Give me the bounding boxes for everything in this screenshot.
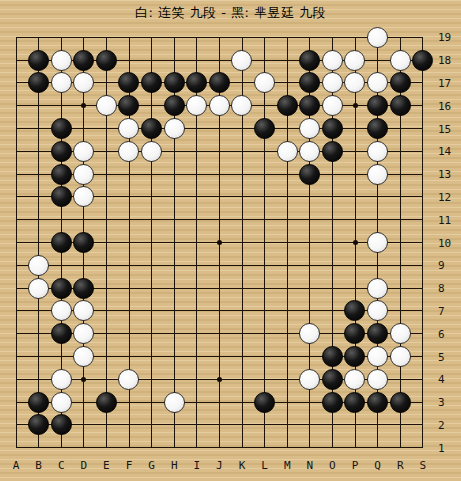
intersection-J6[interactable] xyxy=(208,322,231,345)
intersection-N13[interactable] xyxy=(298,163,321,186)
intersection-A8[interactable] xyxy=(5,277,28,300)
intersection-P13[interactable] xyxy=(344,163,367,186)
intersection-O10[interactable] xyxy=(321,231,344,254)
intersection-J2[interactable] xyxy=(208,413,231,436)
intersection-D8[interactable] xyxy=(72,277,95,300)
intersection-R18[interactable] xyxy=(389,49,412,72)
intersection-E14[interactable] xyxy=(95,140,118,163)
intersection-D11[interactable] xyxy=(72,208,95,231)
intersection-E17[interactable] xyxy=(95,71,118,94)
intersection-M5[interactable] xyxy=(276,345,299,368)
intersection-S2[interactable] xyxy=(411,413,434,436)
intersection-A12[interactable] xyxy=(5,185,28,208)
intersection-K6[interactable] xyxy=(231,322,254,345)
intersection-C8[interactable] xyxy=(50,277,73,300)
intersection-M11[interactable] xyxy=(276,208,299,231)
intersection-G3[interactable] xyxy=(140,391,163,414)
intersection-N14[interactable] xyxy=(298,140,321,163)
intersection-H13[interactable] xyxy=(163,163,186,186)
intersection-S16[interactable] xyxy=(411,94,434,117)
intersection-O6[interactable] xyxy=(321,322,344,345)
intersection-H3[interactable] xyxy=(163,391,186,414)
intersection-N5[interactable] xyxy=(298,345,321,368)
intersection-E3[interactable] xyxy=(95,391,118,414)
intersection-M3[interactable] xyxy=(276,391,299,414)
intersection-K2[interactable] xyxy=(231,413,254,436)
intersection-O17[interactable] xyxy=(321,71,344,94)
intersection-R16[interactable] xyxy=(389,94,412,117)
intersection-E4[interactable] xyxy=(95,368,118,391)
intersection-I13[interactable] xyxy=(185,163,208,186)
intersection-K14[interactable] xyxy=(231,140,254,163)
intersection-H10[interactable] xyxy=(163,231,186,254)
intersection-S5[interactable] xyxy=(411,345,434,368)
intersection-E1[interactable] xyxy=(95,436,118,459)
intersection-J3[interactable] xyxy=(208,391,231,414)
intersection-B8[interactable] xyxy=(27,277,50,300)
intersection-C18[interactable] xyxy=(50,49,73,72)
intersection-D3[interactable] xyxy=(72,391,95,414)
intersection-L15[interactable] xyxy=(253,117,276,140)
intersection-K1[interactable] xyxy=(231,436,254,459)
intersection-H12[interactable] xyxy=(163,185,186,208)
intersection-O13[interactable] xyxy=(321,163,344,186)
intersection-A17[interactable] xyxy=(5,71,28,94)
intersection-F13[interactable] xyxy=(118,163,141,186)
intersection-H2[interactable] xyxy=(163,413,186,436)
go-board[interactable]: ABCDEFGHIJKLMNOPQRS 19181716151413121110… xyxy=(0,0,461,481)
intersection-K9[interactable] xyxy=(231,254,254,277)
intersection-F10[interactable] xyxy=(118,231,141,254)
intersection-O4[interactable] xyxy=(321,368,344,391)
intersection-B17[interactable] xyxy=(27,71,50,94)
intersection-E6[interactable] xyxy=(95,322,118,345)
intersection-Q11[interactable] xyxy=(366,208,389,231)
intersection-R7[interactable] xyxy=(389,299,412,322)
intersection-Q8[interactable] xyxy=(366,277,389,300)
intersection-O11[interactable] xyxy=(321,208,344,231)
intersection-O12[interactable] xyxy=(321,185,344,208)
intersection-M9[interactable] xyxy=(276,254,299,277)
intersection-J13[interactable] xyxy=(208,163,231,186)
intersection-C14[interactable] xyxy=(50,140,73,163)
intersection-A5[interactable] xyxy=(5,345,28,368)
intersection-Q15[interactable] xyxy=(366,117,389,140)
intersection-G10[interactable] xyxy=(140,231,163,254)
intersection-N6[interactable] xyxy=(298,322,321,345)
intersection-H18[interactable] xyxy=(163,49,186,72)
intersection-I6[interactable] xyxy=(185,322,208,345)
intersection-L2[interactable] xyxy=(253,413,276,436)
intersection-G14[interactable] xyxy=(140,140,163,163)
intersection-Q19[interactable] xyxy=(366,26,389,49)
intersection-L10[interactable] xyxy=(253,231,276,254)
intersection-B5[interactable] xyxy=(27,345,50,368)
intersection-A19[interactable] xyxy=(5,26,28,49)
intersection-J17[interactable] xyxy=(208,71,231,94)
intersection-B14[interactable] xyxy=(27,140,50,163)
intersection-A7[interactable] xyxy=(5,299,28,322)
intersection-J4[interactable] xyxy=(208,368,231,391)
intersection-B15[interactable] xyxy=(27,117,50,140)
intersection-H6[interactable] xyxy=(163,322,186,345)
intersection-H16[interactable] xyxy=(163,94,186,117)
intersection-F19[interactable] xyxy=(118,26,141,49)
intersection-P15[interactable] xyxy=(344,117,367,140)
intersection-R10[interactable] xyxy=(389,231,412,254)
intersection-F4[interactable] xyxy=(118,368,141,391)
intersection-A13[interactable] xyxy=(5,163,28,186)
intersection-L5[interactable] xyxy=(253,345,276,368)
intersection-D18[interactable] xyxy=(72,49,95,72)
intersection-N3[interactable] xyxy=(298,391,321,414)
intersection-H5[interactable] xyxy=(163,345,186,368)
intersection-N10[interactable] xyxy=(298,231,321,254)
intersection-B12[interactable] xyxy=(27,185,50,208)
intersection-A18[interactable] xyxy=(5,49,28,72)
intersection-S12[interactable] xyxy=(411,185,434,208)
intersection-K11[interactable] xyxy=(231,208,254,231)
intersection-R8[interactable] xyxy=(389,277,412,300)
intersection-I2[interactable] xyxy=(185,413,208,436)
intersection-S15[interactable] xyxy=(411,117,434,140)
intersection-Q7[interactable] xyxy=(366,299,389,322)
intersection-K3[interactable] xyxy=(231,391,254,414)
intersection-Q13[interactable] xyxy=(366,163,389,186)
intersection-P8[interactable] xyxy=(344,277,367,300)
intersection-K5[interactable] xyxy=(231,345,254,368)
intersection-I19[interactable] xyxy=(185,26,208,49)
intersection-P7[interactable] xyxy=(344,299,367,322)
intersection-L11[interactable] xyxy=(253,208,276,231)
intersection-R12[interactable] xyxy=(389,185,412,208)
intersection-Q5[interactable] xyxy=(366,345,389,368)
intersection-A10[interactable] xyxy=(5,231,28,254)
intersection-P14[interactable] xyxy=(344,140,367,163)
intersection-S19[interactable] xyxy=(411,26,434,49)
intersection-R5[interactable] xyxy=(389,345,412,368)
intersection-O8[interactable] xyxy=(321,277,344,300)
intersection-R15[interactable] xyxy=(389,117,412,140)
intersection-P18[interactable] xyxy=(344,49,367,72)
intersection-J15[interactable] xyxy=(208,117,231,140)
intersection-H9[interactable] xyxy=(163,254,186,277)
intersection-G13[interactable] xyxy=(140,163,163,186)
intersection-L19[interactable] xyxy=(253,26,276,49)
intersection-C9[interactable] xyxy=(50,254,73,277)
intersection-K19[interactable] xyxy=(231,26,254,49)
intersection-D9[interactable] xyxy=(72,254,95,277)
intersection-C3[interactable] xyxy=(50,391,73,414)
intersection-K15[interactable] xyxy=(231,117,254,140)
intersection-G12[interactable] xyxy=(140,185,163,208)
intersection-G17[interactable] xyxy=(140,71,163,94)
intersection-E9[interactable] xyxy=(95,254,118,277)
intersection-C1[interactable] xyxy=(50,436,73,459)
intersection-H17[interactable] xyxy=(163,71,186,94)
intersection-F9[interactable] xyxy=(118,254,141,277)
intersection-K16[interactable] xyxy=(231,94,254,117)
intersection-D17[interactable] xyxy=(72,71,95,94)
intersection-J14[interactable] xyxy=(208,140,231,163)
intersection-I8[interactable] xyxy=(185,277,208,300)
intersection-I4[interactable] xyxy=(185,368,208,391)
intersection-R9[interactable] xyxy=(389,254,412,277)
intersection-J5[interactable] xyxy=(208,345,231,368)
intersection-S9[interactable] xyxy=(411,254,434,277)
intersection-E12[interactable] xyxy=(95,185,118,208)
intersection-L16[interactable] xyxy=(253,94,276,117)
intersection-Q18[interactable] xyxy=(366,49,389,72)
intersection-F16[interactable] xyxy=(118,94,141,117)
intersection-B7[interactable] xyxy=(27,299,50,322)
intersection-O5[interactable] xyxy=(321,345,344,368)
intersection-L14[interactable] xyxy=(253,140,276,163)
intersection-F15[interactable] xyxy=(118,117,141,140)
intersection-Q10[interactable] xyxy=(366,231,389,254)
intersection-N17[interactable] xyxy=(298,71,321,94)
intersection-F3[interactable] xyxy=(118,391,141,414)
intersection-L13[interactable] xyxy=(253,163,276,186)
intersection-J18[interactable] xyxy=(208,49,231,72)
intersection-A14[interactable] xyxy=(5,140,28,163)
intersection-C6[interactable] xyxy=(50,322,73,345)
intersection-F6[interactable] xyxy=(118,322,141,345)
intersection-B9[interactable] xyxy=(27,254,50,277)
intersection-R3[interactable] xyxy=(389,391,412,414)
intersection-I5[interactable] xyxy=(185,345,208,368)
intersection-N2[interactable] xyxy=(298,413,321,436)
intersection-C15[interactable] xyxy=(50,117,73,140)
intersection-M4[interactable] xyxy=(276,368,299,391)
intersection-B13[interactable] xyxy=(27,163,50,186)
intersection-I15[interactable] xyxy=(185,117,208,140)
intersection-K7[interactable] xyxy=(231,299,254,322)
intersection-G1[interactable] xyxy=(140,436,163,459)
intersection-C2[interactable] xyxy=(50,413,73,436)
intersection-B18[interactable] xyxy=(27,49,50,72)
intersection-F18[interactable] xyxy=(118,49,141,72)
intersection-A15[interactable] xyxy=(5,117,28,140)
intersection-N8[interactable] xyxy=(298,277,321,300)
intersection-E19[interactable] xyxy=(95,26,118,49)
intersection-I1[interactable] xyxy=(185,436,208,459)
intersection-Q3[interactable] xyxy=(366,391,389,414)
intersection-L1[interactable] xyxy=(253,436,276,459)
intersection-M19[interactable] xyxy=(276,26,299,49)
intersection-J11[interactable] xyxy=(208,208,231,231)
intersection-H4[interactable] xyxy=(163,368,186,391)
intersection-N11[interactable] xyxy=(298,208,321,231)
intersection-I17[interactable] xyxy=(185,71,208,94)
intersection-M12[interactable] xyxy=(276,185,299,208)
intersection-S7[interactable] xyxy=(411,299,434,322)
intersection-O3[interactable] xyxy=(321,391,344,414)
intersection-Q9[interactable] xyxy=(366,254,389,277)
intersection-C12[interactable] xyxy=(50,185,73,208)
intersection-I11[interactable] xyxy=(185,208,208,231)
intersection-N15[interactable] xyxy=(298,117,321,140)
intersection-R13[interactable] xyxy=(389,163,412,186)
intersection-R14[interactable] xyxy=(389,140,412,163)
intersection-P5[interactable] xyxy=(344,345,367,368)
intersection-N18[interactable] xyxy=(298,49,321,72)
intersection-C13[interactable] xyxy=(50,163,73,186)
intersection-L9[interactable] xyxy=(253,254,276,277)
intersection-J19[interactable] xyxy=(208,26,231,49)
intersection-B4[interactable] xyxy=(27,368,50,391)
intersection-M14[interactable] xyxy=(276,140,299,163)
intersection-L3[interactable] xyxy=(253,391,276,414)
intersection-B1[interactable] xyxy=(27,436,50,459)
intersection-D13[interactable] xyxy=(72,163,95,186)
intersection-E2[interactable] xyxy=(95,413,118,436)
intersection-L17[interactable] xyxy=(253,71,276,94)
intersection-G6[interactable] xyxy=(140,322,163,345)
intersection-M1[interactable] xyxy=(276,436,299,459)
intersection-P12[interactable] xyxy=(344,185,367,208)
intersection-H15[interactable] xyxy=(163,117,186,140)
intersection-A1[interactable] xyxy=(5,436,28,459)
intersection-I9[interactable] xyxy=(185,254,208,277)
intersection-P4[interactable] xyxy=(344,368,367,391)
intersection-P11[interactable] xyxy=(344,208,367,231)
intersection-N7[interactable] xyxy=(298,299,321,322)
intersection-G18[interactable] xyxy=(140,49,163,72)
intersection-D6[interactable] xyxy=(72,322,95,345)
intersection-Q17[interactable] xyxy=(366,71,389,94)
intersection-A16[interactable] xyxy=(5,94,28,117)
intersection-G8[interactable] xyxy=(140,277,163,300)
intersection-L4[interactable] xyxy=(253,368,276,391)
intersection-D4[interactable] xyxy=(72,368,95,391)
intersection-S11[interactable] xyxy=(411,208,434,231)
intersection-B19[interactable] xyxy=(27,26,50,49)
intersection-D15[interactable] xyxy=(72,117,95,140)
intersection-F5[interactable] xyxy=(118,345,141,368)
intersection-G7[interactable] xyxy=(140,299,163,322)
intersection-P1[interactable] xyxy=(344,436,367,459)
intersection-I14[interactable] xyxy=(185,140,208,163)
intersection-N16[interactable] xyxy=(298,94,321,117)
intersection-Q4[interactable] xyxy=(366,368,389,391)
intersection-P9[interactable] xyxy=(344,254,367,277)
intersection-M8[interactable] xyxy=(276,277,299,300)
intersection-E7[interactable] xyxy=(95,299,118,322)
intersection-P3[interactable] xyxy=(344,391,367,414)
intersection-I16[interactable] xyxy=(185,94,208,117)
intersection-F2[interactable] xyxy=(118,413,141,436)
intersection-M18[interactable] xyxy=(276,49,299,72)
intersection-O15[interactable] xyxy=(321,117,344,140)
intersection-L7[interactable] xyxy=(253,299,276,322)
intersection-P16[interactable] xyxy=(344,94,367,117)
intersection-C16[interactable] xyxy=(50,94,73,117)
intersection-H14[interactable] xyxy=(163,140,186,163)
intersection-E5[interactable] xyxy=(95,345,118,368)
intersection-M7[interactable] xyxy=(276,299,299,322)
intersection-H11[interactable] xyxy=(163,208,186,231)
intersection-O2[interactable] xyxy=(321,413,344,436)
intersection-D12[interactable] xyxy=(72,185,95,208)
intersection-S18[interactable] xyxy=(411,49,434,72)
intersection-F11[interactable] xyxy=(118,208,141,231)
intersection-G9[interactable] xyxy=(140,254,163,277)
intersection-E8[interactable] xyxy=(95,277,118,300)
intersection-G11[interactable] xyxy=(140,208,163,231)
intersection-S4[interactable] xyxy=(411,368,434,391)
intersection-C11[interactable] xyxy=(50,208,73,231)
intersection-D16[interactable] xyxy=(72,94,95,117)
intersection-I3[interactable] xyxy=(185,391,208,414)
intersection-A4[interactable] xyxy=(5,368,28,391)
intersection-Q1[interactable] xyxy=(366,436,389,459)
intersection-S10[interactable] xyxy=(411,231,434,254)
intersection-R11[interactable] xyxy=(389,208,412,231)
intersection-S1[interactable] xyxy=(411,436,434,459)
intersection-O1[interactable] xyxy=(321,436,344,459)
intersection-C10[interactable] xyxy=(50,231,73,254)
intersection-B2[interactable] xyxy=(27,413,50,436)
intersection-R17[interactable] xyxy=(389,71,412,94)
intersection-S13[interactable] xyxy=(411,163,434,186)
intersection-F1[interactable] xyxy=(118,436,141,459)
intersection-Q16[interactable] xyxy=(366,94,389,117)
intersection-E13[interactable] xyxy=(95,163,118,186)
intersection-G4[interactable] xyxy=(140,368,163,391)
intersection-H8[interactable] xyxy=(163,277,186,300)
intersection-I18[interactable] xyxy=(185,49,208,72)
intersection-M17[interactable] xyxy=(276,71,299,94)
intersection-J10[interactable] xyxy=(208,231,231,254)
intersection-J7[interactable] xyxy=(208,299,231,322)
intersection-K8[interactable] xyxy=(231,277,254,300)
intersection-J8[interactable] xyxy=(208,277,231,300)
intersection-G16[interactable] xyxy=(140,94,163,117)
intersection-G15[interactable] xyxy=(140,117,163,140)
intersection-R1[interactable] xyxy=(389,436,412,459)
intersection-R19[interactable] xyxy=(389,26,412,49)
intersection-R4[interactable] xyxy=(389,368,412,391)
intersection-B16[interactable] xyxy=(27,94,50,117)
intersection-S17[interactable] xyxy=(411,71,434,94)
intersection-K18[interactable] xyxy=(231,49,254,72)
intersection-P19[interactable] xyxy=(344,26,367,49)
intersection-K10[interactable] xyxy=(231,231,254,254)
intersection-H19[interactable] xyxy=(163,26,186,49)
intersection-G19[interactable] xyxy=(140,26,163,49)
intersection-F12[interactable] xyxy=(118,185,141,208)
intersection-B11[interactable] xyxy=(27,208,50,231)
intersection-E18[interactable] xyxy=(95,49,118,72)
intersection-M10[interactable] xyxy=(276,231,299,254)
intersection-A11[interactable] xyxy=(5,208,28,231)
intersection-N12[interactable] xyxy=(298,185,321,208)
intersection-I10[interactable] xyxy=(185,231,208,254)
intersection-O16[interactable] xyxy=(321,94,344,117)
intersection-K4[interactable] xyxy=(231,368,254,391)
intersection-O18[interactable] xyxy=(321,49,344,72)
intersection-H7[interactable] xyxy=(163,299,186,322)
intersection-O19[interactable] xyxy=(321,26,344,49)
intersection-K12[interactable] xyxy=(231,185,254,208)
intersection-M16[interactable] xyxy=(276,94,299,117)
intersection-L6[interactable] xyxy=(253,322,276,345)
intersection-A9[interactable] xyxy=(5,254,28,277)
intersection-B6[interactable] xyxy=(27,322,50,345)
intersection-D10[interactable] xyxy=(72,231,95,254)
intersection-S14[interactable] xyxy=(411,140,434,163)
